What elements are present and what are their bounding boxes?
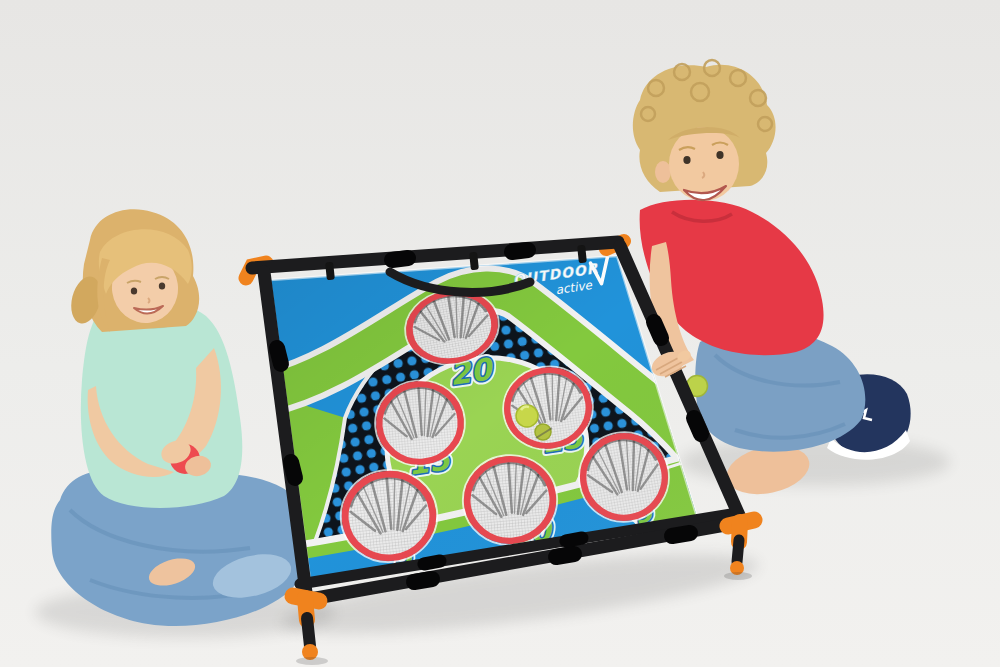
girl-eye-right [159,282,165,289]
girl-eye-left [131,287,137,294]
boy-ear [655,161,671,183]
foot-shadow-left [296,657,328,665]
foot-shadow-right [724,572,752,580]
frame-leg-left [307,618,310,646]
boy-face [669,127,739,201]
photo-stage: 20 20 15 15 15 15 10 10 5 5 5 5 [0,0,1000,667]
frame-leg-right [737,540,739,562]
boy-eye-left [683,156,690,164]
boy-eye-right [716,151,723,159]
